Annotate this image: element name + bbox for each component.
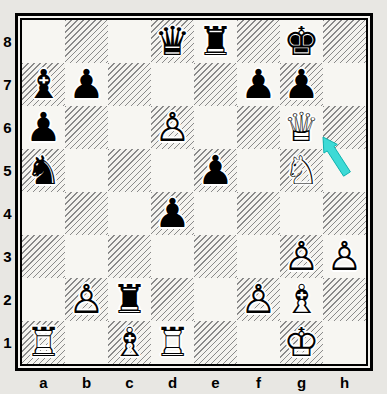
file-label-f: f (237, 371, 280, 394)
rank-labels: 87654321 (0, 20, 15, 364)
square-c7[interactable] (108, 63, 151, 106)
square-g4[interactable] (280, 192, 323, 235)
square-e5[interactable]: ♟ (194, 149, 237, 192)
square-g5[interactable]: ♘ (280, 149, 323, 192)
square-e3[interactable] (194, 235, 237, 278)
chess-diagram: 87654321 ♛♜♚♝♟♟♟♟♙♕♞♟♘♟♙♙♙♜♙♗♖♗♖♔ abcdef… (0, 0, 387, 394)
square-c1[interactable]: ♗ (108, 321, 151, 364)
white-pawn-g3: ♙ (280, 235, 323, 278)
file-label-d: d (151, 371, 194, 394)
file-label-g: g (280, 371, 323, 394)
square-b1[interactable] (65, 321, 108, 364)
square-a7[interactable]: ♝ (22, 63, 65, 106)
black-pawn-b7: ♟ (65, 63, 108, 106)
square-h7[interactable] (323, 63, 366, 106)
board-border: ♛♜♚♝♟♟♟♟♙♕♞♟♘♟♙♙♙♜♙♗♖♗♖♔ (20, 18, 368, 366)
square-b2[interactable]: ♙ (65, 278, 108, 321)
white-bishop-g2: ♗ (280, 278, 323, 321)
square-d5[interactable] (151, 149, 194, 192)
black-queen-d8: ♛ (151, 20, 194, 63)
square-g7[interactable]: ♟ (280, 63, 323, 106)
file-label-a: a (22, 371, 65, 394)
square-g6[interactable]: ♕ (280, 106, 323, 149)
square-c6[interactable] (108, 106, 151, 149)
square-f5[interactable] (237, 149, 280, 192)
rank-label-1: 1 (0, 321, 15, 364)
white-bishop-c1: ♗ (108, 321, 151, 364)
black-knight-a5: ♞ (22, 149, 65, 192)
square-h6[interactable] (323, 106, 366, 149)
square-b8[interactable] (65, 20, 108, 63)
file-label-h: h (323, 371, 366, 394)
white-pawn-h3: ♙ (323, 235, 366, 278)
chess-board: ♛♜♚♝♟♟♟♟♙♕♞♟♘♟♙♙♙♜♙♗♖♗♖♔ (22, 20, 366, 364)
file-labels: abcdefgh (22, 371, 366, 394)
square-h3[interactable]: ♙ (323, 235, 366, 278)
square-b7[interactable]: ♟ (65, 63, 108, 106)
square-g3[interactable]: ♙ (280, 235, 323, 278)
black-pawn-e5: ♟ (194, 149, 237, 192)
rank-label-3: 3 (0, 235, 15, 278)
black-pawn-f7: ♟ (237, 63, 280, 106)
square-g2[interactable]: ♗ (280, 278, 323, 321)
square-f3[interactable] (237, 235, 280, 278)
square-b6[interactable] (65, 106, 108, 149)
black-rook-e8: ♜ (194, 20, 237, 63)
square-f1[interactable] (237, 321, 280, 364)
black-rook-c2: ♜ (108, 278, 151, 321)
white-rook-a1: ♖ (22, 321, 65, 364)
square-a1[interactable]: ♖ (22, 321, 65, 364)
square-c5[interactable] (108, 149, 151, 192)
square-b3[interactable] (65, 235, 108, 278)
square-b4[interactable] (65, 192, 108, 235)
black-bishop-a7: ♝ (22, 63, 65, 106)
square-g8[interactable]: ♚ (280, 20, 323, 63)
square-e1[interactable] (194, 321, 237, 364)
white-pawn-f2: ♙ (237, 278, 280, 321)
white-pawn-b2: ♙ (65, 278, 108, 321)
rank-label-6: 6 (0, 106, 15, 149)
square-d7[interactable] (151, 63, 194, 106)
square-h2[interactable] (323, 278, 366, 321)
square-f7[interactable]: ♟ (237, 63, 280, 106)
square-d8[interactable]: ♛ (151, 20, 194, 63)
rank-label-5: 5 (0, 149, 15, 192)
square-e7[interactable] (194, 63, 237, 106)
white-king-g1: ♔ (280, 321, 323, 364)
square-f6[interactable] (237, 106, 280, 149)
square-a6[interactable]: ♟ (22, 106, 65, 149)
square-a2[interactable] (22, 278, 65, 321)
square-h5[interactable] (323, 149, 366, 192)
square-d3[interactable] (151, 235, 194, 278)
board-frame: ♛♜♚♝♟♟♟♟♙♕♞♟♘♟♙♙♙♜♙♗♖♗♖♔ (15, 13, 373, 371)
white-pawn-d6: ♙ (151, 106, 194, 149)
square-c4[interactable] (108, 192, 151, 235)
square-e2[interactable] (194, 278, 237, 321)
square-b5[interactable] (65, 149, 108, 192)
square-h8[interactable] (323, 20, 366, 63)
square-a4[interactable] (22, 192, 65, 235)
file-label-b: b (65, 371, 108, 394)
black-pawn-d4: ♟ (151, 192, 194, 235)
black-king-g8: ♚ (280, 20, 323, 63)
white-rook-d1: ♖ (151, 321, 194, 364)
square-f4[interactable] (237, 192, 280, 235)
rank-label-2: 2 (0, 278, 15, 321)
square-d2[interactable] (151, 278, 194, 321)
square-g1[interactable]: ♔ (280, 321, 323, 364)
square-a5[interactable]: ♞ (22, 149, 65, 192)
square-d1[interactable]: ♖ (151, 321, 194, 364)
rank-label-7: 7 (0, 63, 15, 106)
white-queen-g6: ♕ (280, 106, 323, 149)
square-e6[interactable] (194, 106, 237, 149)
file-label-e: e (194, 371, 237, 394)
square-a3[interactable] (22, 235, 65, 278)
black-pawn-g7: ♟ (280, 63, 323, 106)
square-e4[interactable] (194, 192, 237, 235)
square-f8[interactable] (237, 20, 280, 63)
rank-label-4: 4 (0, 192, 15, 235)
square-d4[interactable]: ♟ (151, 192, 194, 235)
square-c3[interactable] (108, 235, 151, 278)
file-label-c: c (108, 371, 151, 394)
square-f2[interactable]: ♙ (237, 278, 280, 321)
square-h1[interactable] (323, 321, 366, 364)
square-d6[interactable]: ♙ (151, 106, 194, 149)
white-knight-g5: ♘ (280, 149, 323, 192)
square-c2[interactable]: ♜ (108, 278, 151, 321)
square-a8[interactable] (22, 20, 65, 63)
rank-label-8: 8 (0, 20, 15, 63)
black-pawn-a6: ♟ (22, 106, 65, 149)
square-c8[interactable] (108, 20, 151, 63)
square-h4[interactable] (323, 192, 366, 235)
square-e8[interactable]: ♜ (194, 20, 237, 63)
